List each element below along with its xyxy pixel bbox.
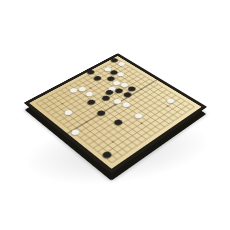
black-stone: ●: [95, 108, 109, 117]
black-stone: ●: [109, 68, 121, 75]
go-board: ●●●●●●●●●●●●●●●●●●●●●●●●●●●●●: [24, 53, 208, 173]
board-surface: ●●●●●●●●●●●●●●●●●●●●●●●●●●●●●: [24, 53, 208, 173]
white-stone: ●: [84, 90, 97, 98]
white-stone: ●: [116, 60, 128, 67]
white-stone: ●: [111, 79, 124, 87]
white-stone: ●: [68, 86, 81, 94]
black-stone: ●: [112, 117, 126, 126]
black-stone: ●: [109, 56, 121, 63]
product-photo: ●●●●●●●●●●●●●●●●●●●●●●●●●●●●●: [0, 0, 230, 230]
black-stone: ●: [113, 86, 126, 94]
black-stone: ●: [100, 149, 115, 160]
black-stone: ●: [86, 68, 98, 75]
white-stone: ●: [69, 127, 83, 137]
black-stone: ●: [85, 98, 98, 106]
white-stone: ●: [107, 84, 120, 92]
black-stone: ●: [105, 75, 117, 82]
white-stone: ●: [62, 108, 76, 117]
black-stone: ●: [104, 88, 117, 96]
white-stone: ●: [102, 66, 114, 73]
photo-scene: ●●●●●●●●●●●●●●●●●●●●●●●●●●●●●: [0, 0, 230, 230]
white-stone: ●: [119, 81, 132, 89]
white-stone: ●: [120, 100, 133, 108]
white-stone: ●: [77, 85, 90, 93]
black-stone: ●: [126, 84, 139, 92]
white-stone: ●: [133, 111, 147, 120]
stones-layer: ●●●●●●●●●●●●●●●●●●●●●●●●●●●●●: [24, 53, 208, 173]
white-stone: ●: [111, 97, 124, 105]
white-stone: ●: [115, 70, 127, 77]
black-stone: ●: [92, 74, 104, 81]
black-stone: ●: [100, 94, 113, 102]
black-stone: ●: [122, 90, 135, 98]
white-stone: ●: [165, 96, 178, 104]
